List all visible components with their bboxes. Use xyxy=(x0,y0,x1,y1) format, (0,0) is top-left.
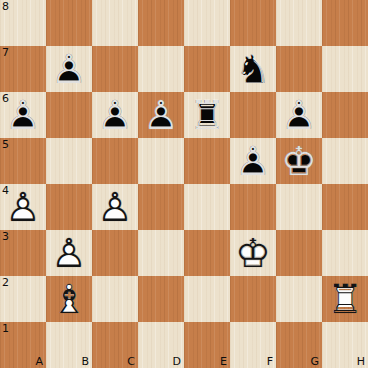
square-b5[interactable] xyxy=(46,138,92,184)
square-f7[interactable]: ♞♘ xyxy=(230,46,276,92)
square-g6[interactable]: ♟♙ xyxy=(276,92,322,138)
square-d7[interactable] xyxy=(138,46,184,92)
square-c1[interactable]: C xyxy=(92,322,138,368)
black-pawn-outline-icon: ♙ xyxy=(138,92,184,138)
black-rook[interactable]: ♜♖ xyxy=(184,92,230,138)
square-a7[interactable]: 7 xyxy=(0,46,46,92)
square-d4[interactable] xyxy=(138,184,184,230)
square-h6[interactable] xyxy=(322,92,368,138)
square-d5[interactable] xyxy=(138,138,184,184)
square-c7[interactable] xyxy=(92,46,138,92)
square-f3[interactable]: ♚♔ xyxy=(230,230,276,276)
white-pawn[interactable]: ♟♙ xyxy=(46,230,92,276)
rank-label-8: 8 xyxy=(2,0,9,13)
square-h8[interactable] xyxy=(322,0,368,46)
square-e1[interactable]: E xyxy=(184,322,230,368)
square-f1[interactable]: F xyxy=(230,322,276,368)
file-label-c: C xyxy=(127,355,135,368)
square-f4[interactable] xyxy=(230,184,276,230)
black-pawn[interactable]: ♟♙ xyxy=(276,92,322,138)
square-c2[interactable] xyxy=(92,276,138,322)
file-label-a: A xyxy=(35,355,43,368)
rank-label-2: 2 xyxy=(2,276,9,289)
square-e3[interactable] xyxy=(184,230,230,276)
rank-label-7: 7 xyxy=(2,46,9,59)
square-a5[interactable]: 5 xyxy=(0,138,46,184)
square-h2[interactable]: ♜♖ xyxy=(322,276,368,322)
square-h4[interactable] xyxy=(322,184,368,230)
square-e8[interactable] xyxy=(184,0,230,46)
file-label-g: G xyxy=(310,355,319,368)
square-c5[interactable] xyxy=(92,138,138,184)
square-a4[interactable]: 4♟♙ xyxy=(0,184,46,230)
white-rook-outline-icon: ♖ xyxy=(322,276,368,322)
file-label-f: F xyxy=(267,355,273,368)
square-b1[interactable]: B xyxy=(46,322,92,368)
square-f6[interactable] xyxy=(230,92,276,138)
square-g7[interactable] xyxy=(276,46,322,92)
square-h7[interactable] xyxy=(322,46,368,92)
file-label-h: H xyxy=(357,355,365,368)
square-a1[interactable]: 1A xyxy=(0,322,46,368)
square-d2[interactable] xyxy=(138,276,184,322)
square-b2[interactable]: ♝♗ xyxy=(46,276,92,322)
black-pawn-outline-icon: ♙ xyxy=(276,92,322,138)
black-king-outline-icon: ♔ xyxy=(276,138,322,184)
square-f2[interactable] xyxy=(230,276,276,322)
white-king[interactable]: ♚♔ xyxy=(230,230,276,276)
square-a6[interactable]: 6♟♙ xyxy=(0,92,46,138)
square-g2[interactable] xyxy=(276,276,322,322)
square-a8[interactable]: 8 xyxy=(0,0,46,46)
square-d3[interactable] xyxy=(138,230,184,276)
white-rook[interactable]: ♜♖ xyxy=(322,276,368,322)
square-b7[interactable]: ♟♙ xyxy=(46,46,92,92)
square-g8[interactable] xyxy=(276,0,322,46)
white-pawn-outline-icon: ♙ xyxy=(0,184,46,230)
square-c6[interactable]: ♟♙ xyxy=(92,92,138,138)
square-f8[interactable] xyxy=(230,0,276,46)
file-label-d: D xyxy=(173,355,181,368)
white-pawn[interactable]: ♟♙ xyxy=(0,184,46,230)
square-b4[interactable] xyxy=(46,184,92,230)
white-pawn[interactable]: ♟♙ xyxy=(92,184,138,230)
square-f5[interactable]: ♟♙ xyxy=(230,138,276,184)
black-pawn-outline-icon: ♙ xyxy=(0,92,46,138)
file-label-b: B xyxy=(81,355,89,368)
square-e2[interactable] xyxy=(184,276,230,322)
white-bishop[interactable]: ♝♗ xyxy=(46,276,92,322)
square-e7[interactable] xyxy=(184,46,230,92)
square-c3[interactable] xyxy=(92,230,138,276)
black-pawn-outline-icon: ♙ xyxy=(92,92,138,138)
square-a3[interactable]: 3 xyxy=(0,230,46,276)
white-bishop-outline-icon: ♗ xyxy=(46,276,92,322)
square-a2[interactable]: 2 xyxy=(0,276,46,322)
black-pawn-outline-icon: ♙ xyxy=(230,138,276,184)
black-pawn-outline-icon: ♙ xyxy=(46,46,92,92)
black-knight[interactable]: ♞♘ xyxy=(230,46,276,92)
square-d8[interactable] xyxy=(138,0,184,46)
square-g3[interactable] xyxy=(276,230,322,276)
black-pawn[interactable]: ♟♙ xyxy=(92,92,138,138)
square-g4[interactable] xyxy=(276,184,322,230)
black-pawn[interactable]: ♟♙ xyxy=(138,92,184,138)
white-king-outline-icon: ♔ xyxy=(230,230,276,276)
square-h5[interactable] xyxy=(322,138,368,184)
rank-label-5: 5 xyxy=(2,138,9,151)
square-b6[interactable] xyxy=(46,92,92,138)
square-b3[interactable]: ♟♙ xyxy=(46,230,92,276)
square-e4[interactable] xyxy=(184,184,230,230)
black-knight-outline-icon: ♘ xyxy=(230,46,276,92)
white-pawn-outline-icon: ♙ xyxy=(92,184,138,230)
square-e5[interactable] xyxy=(184,138,230,184)
square-d1[interactable]: D xyxy=(138,322,184,368)
file-label-e: E xyxy=(220,355,227,368)
rank-label-3: 3 xyxy=(2,230,9,243)
black-pawn[interactable]: ♟♙ xyxy=(46,46,92,92)
square-h1[interactable]: H xyxy=(322,322,368,368)
square-c8[interactable] xyxy=(92,0,138,46)
square-h3[interactable] xyxy=(322,230,368,276)
square-g5[interactable]: ♚♔ xyxy=(276,138,322,184)
black-rook-outline-icon: ♖ xyxy=(184,92,230,138)
chess-board: 87♟♙♞♘6♟♙♟♙♟♙♜♖♟♙5♟♙♚♔4♟♙♟♙3♟♙♚♔2♝♗♜♖1AB… xyxy=(0,0,368,368)
black-pawn[interactable]: ♟♙ xyxy=(0,92,46,138)
rank-label-1: 1 xyxy=(2,322,9,335)
black-pawn[interactable]: ♟♙ xyxy=(230,138,276,184)
square-d6[interactable]: ♟♙ xyxy=(138,92,184,138)
black-king[interactable]: ♚♔ xyxy=(276,138,322,184)
white-pawn-outline-icon: ♙ xyxy=(46,230,92,276)
square-e6[interactable]: ♜♖ xyxy=(184,92,230,138)
square-c4[interactable]: ♟♙ xyxy=(92,184,138,230)
square-b8[interactable] xyxy=(46,0,92,46)
square-g1[interactable]: G xyxy=(276,322,322,368)
